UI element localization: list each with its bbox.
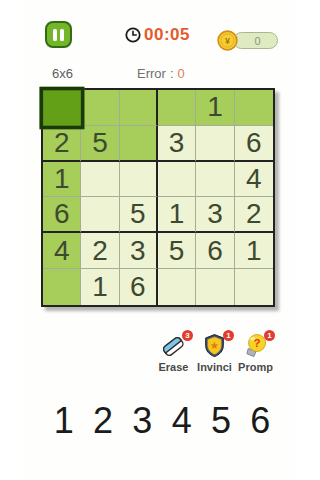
invincible-label: Invinci: [197, 361, 232, 373]
erase-label: Erase: [159, 361, 189, 373]
cell-r5c2[interactable]: 2: [81, 233, 119, 269]
cell-r2c5[interactable]: [196, 126, 234, 162]
cell-r4c4[interactable]: 1: [158, 197, 196, 233]
timer-text: 00:05: [144, 25, 190, 45]
erase-count-badge: 3: [182, 330, 193, 341]
pause-icon: [53, 29, 64, 41]
cell-r5c1[interactable]: 4: [43, 233, 81, 269]
coin-yen-icon: ¥: [217, 30, 238, 51]
numpad-2[interactable]: 2: [83, 399, 122, 443]
coin-count: 0: [254, 35, 260, 47]
cell-r2c6[interactable]: 6: [235, 126, 273, 162]
svg-text:?: ?: [254, 337, 261, 349]
cell-r2c1[interactable]: 2: [43, 126, 81, 162]
numpad-6[interactable]: 6: [241, 399, 280, 443]
cell-r5c4[interactable]: 5: [158, 233, 196, 269]
cell-r2c2[interactable]: 5: [81, 126, 119, 162]
numpad-3[interactable]: 3: [123, 399, 162, 443]
cell-r2c4[interactable]: 3: [158, 126, 196, 162]
coin-counter: ¥ 0: [217, 30, 278, 51]
error-separator: :: [170, 66, 174, 81]
error-label: Error: [137, 66, 166, 81]
prompt-label: Promp: [238, 361, 273, 373]
cell-r1c2[interactable]: [81, 90, 119, 126]
cell-r4c3[interactable]: 5: [120, 197, 158, 233]
sudoku-board: 12536146513242356116: [41, 88, 275, 307]
number-pad: 123456: [44, 399, 280, 443]
numpad-5[interactable]: 5: [201, 399, 240, 443]
cell-r1c4[interactable]: [158, 90, 196, 126]
cell-r4c1[interactable]: 6: [43, 197, 81, 233]
sudoku-app: 00:05 ¥ 0 6x6 Error : 0 1253614651324235…: [25, 0, 295, 480]
cell-r6c5[interactable]: [196, 269, 234, 305]
prompt-button[interactable]: ? 1 Promp: [235, 333, 276, 373]
clock-icon: [124, 26, 142, 44]
grid-size-label: 6x6: [52, 66, 73, 81]
cell-r4c6[interactable]: 2: [235, 197, 273, 233]
error-count: 0: [178, 66, 185, 81]
cell-r4c2[interactable]: [81, 197, 119, 233]
cell-r5c5[interactable]: 6: [196, 233, 234, 269]
error-counter: Error : 0: [137, 66, 185, 81]
powerup-bar: 3 Erase ★ 1 Invinci ?: [153, 333, 277, 373]
svg-text:★: ★: [210, 339, 219, 351]
erase-button[interactable]: 3 Erase: [153, 333, 194, 373]
pause-button[interactable]: [45, 21, 72, 48]
cell-r3c5[interactable]: [196, 162, 234, 198]
cell-r2c3[interactable]: [120, 126, 158, 162]
cell-r6c2[interactable]: 1: [81, 269, 119, 305]
cell-r6c6[interactable]: [235, 269, 273, 305]
numpad-4[interactable]: 4: [162, 399, 201, 443]
invincible-button[interactable]: ★ 1 Invinci: [194, 333, 235, 373]
svg-text:¥: ¥: [225, 36, 230, 46]
cell-r3c3[interactable]: [120, 162, 158, 198]
coin-count-pill: 0: [233, 32, 278, 49]
cell-r1c5[interactable]: 1: [196, 90, 234, 126]
cell-r1c3[interactable]: [120, 90, 158, 126]
cell-r1c6[interactable]: [235, 90, 273, 126]
numpad-1[interactable]: 1: [44, 399, 83, 443]
cell-r3c2[interactable]: [81, 162, 119, 198]
cell-r5c3[interactable]: 3: [120, 233, 158, 269]
cell-r5c6[interactable]: 1: [235, 233, 273, 269]
cell-r1c1[interactable]: [40, 87, 85, 129]
timer: 00:05: [124, 25, 190, 45]
prompt-count-badge: 1: [264, 330, 275, 341]
cell-r3c6[interactable]: 4: [235, 162, 273, 198]
cell-r6c4[interactable]: [158, 269, 196, 305]
cell-r4c5[interactable]: 3: [196, 197, 234, 233]
cell-r3c1[interactable]: 1: [43, 162, 81, 198]
cell-r3c4[interactable]: [158, 162, 196, 198]
cell-r6c1[interactable]: [43, 269, 81, 305]
invincible-count-badge: 1: [223, 330, 234, 341]
cell-r6c3[interactable]: 6: [120, 269, 158, 305]
